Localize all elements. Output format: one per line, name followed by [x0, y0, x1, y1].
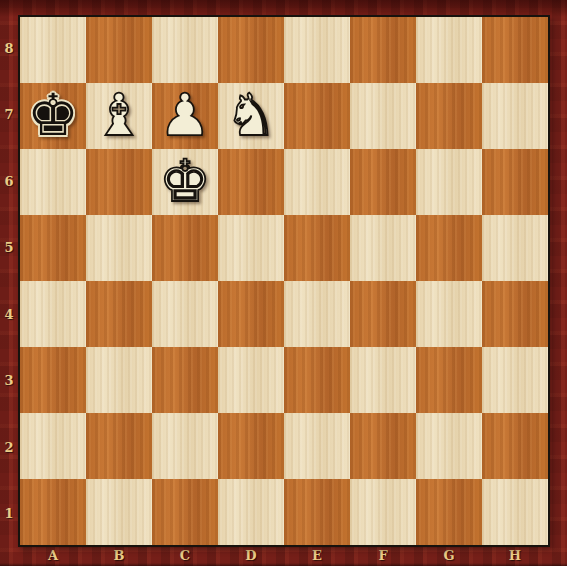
square-c4[interactable]: [152, 281, 218, 347]
square-b5[interactable]: [86, 215, 152, 281]
square-c6[interactable]: ♚: [152, 149, 218, 215]
file-label-a: A: [20, 546, 86, 564]
square-d5[interactable]: [218, 215, 284, 281]
square-d7[interactable]: ♞: [218, 83, 284, 149]
square-f4[interactable]: [350, 281, 416, 347]
square-f1[interactable]: [350, 479, 416, 545]
file-label-g: G: [416, 546, 482, 564]
square-g4[interactable]: [416, 281, 482, 347]
piece-white-knight-d7[interactable]: ♞: [225, 86, 277, 144]
square-c2[interactable]: [152, 413, 218, 479]
rank-label-8: 8: [0, 15, 18, 82]
square-e4[interactable]: [284, 281, 350, 347]
square-b7[interactable]: ♝: [86, 83, 152, 149]
rank-label-7: 7: [0, 82, 18, 149]
square-d8[interactable]: [218, 17, 284, 83]
square-h8[interactable]: [482, 17, 548, 83]
square-b8[interactable]: [86, 17, 152, 83]
square-e6[interactable]: [284, 149, 350, 215]
piece-black-king-a7[interactable]: ♚: [27, 86, 79, 144]
square-g2[interactable]: [416, 413, 482, 479]
square-h2[interactable]: [482, 413, 548, 479]
square-d1[interactable]: [218, 479, 284, 545]
rank-label-4: 4: [0, 281, 18, 348]
square-e3[interactable]: [284, 347, 350, 413]
file-label-f: F: [350, 546, 416, 564]
rank-labels: 87654321: [0, 15, 18, 547]
file-label-c: C: [152, 546, 218, 564]
square-f2[interactable]: [350, 413, 416, 479]
board-frame: 87654321 ABCDEFGH ♚♝♟♞♚: [0, 0, 567, 566]
square-h7[interactable]: [482, 83, 548, 149]
square-h4[interactable]: [482, 281, 548, 347]
square-f8[interactable]: [350, 17, 416, 83]
square-a8[interactable]: [20, 17, 86, 83]
square-g7[interactable]: [416, 83, 482, 149]
square-f3[interactable]: [350, 347, 416, 413]
rank-label-6: 6: [0, 148, 18, 215]
square-h3[interactable]: [482, 347, 548, 413]
square-g1[interactable]: [416, 479, 482, 545]
piece-white-pawn-c7[interactable]: ♟: [159, 86, 211, 144]
square-c5[interactable]: [152, 215, 218, 281]
square-d2[interactable]: [218, 413, 284, 479]
square-g6[interactable]: [416, 149, 482, 215]
square-e5[interactable]: [284, 215, 350, 281]
square-e2[interactable]: [284, 413, 350, 479]
square-e8[interactable]: [284, 17, 350, 83]
square-g8[interactable]: [416, 17, 482, 83]
rank-label-3: 3: [0, 348, 18, 415]
rank-label-1: 1: [0, 481, 18, 548]
square-h5[interactable]: [482, 215, 548, 281]
square-a4[interactable]: [20, 281, 86, 347]
file-label-h: H: [482, 546, 548, 564]
square-a6[interactable]: [20, 149, 86, 215]
rank-label-2: 2: [0, 414, 18, 481]
square-g5[interactable]: [416, 215, 482, 281]
square-g3[interactable]: [416, 347, 482, 413]
square-e1[interactable]: [284, 479, 350, 545]
square-b1[interactable]: [86, 479, 152, 545]
square-f6[interactable]: [350, 149, 416, 215]
rank-label-5: 5: [0, 215, 18, 282]
square-f7[interactable]: [350, 83, 416, 149]
square-a1[interactable]: [20, 479, 86, 545]
square-f5[interactable]: [350, 215, 416, 281]
file-label-b: B: [86, 546, 152, 564]
file-label-d: D: [218, 546, 284, 564]
square-e7[interactable]: [284, 83, 350, 149]
square-c3[interactable]: [152, 347, 218, 413]
square-c7[interactable]: ♟: [152, 83, 218, 149]
square-a5[interactable]: [20, 215, 86, 281]
square-h1[interactable]: [482, 479, 548, 545]
file-labels: ABCDEFGH: [20, 546, 548, 564]
file-label-e: E: [284, 546, 350, 564]
square-b3[interactable]: [86, 347, 152, 413]
square-b2[interactable]: [86, 413, 152, 479]
square-d4[interactable]: [218, 281, 284, 347]
square-d6[interactable]: [218, 149, 284, 215]
square-a3[interactable]: [20, 347, 86, 413]
square-d3[interactable]: [218, 347, 284, 413]
square-b4[interactable]: [86, 281, 152, 347]
piece-white-king-c6[interactable]: ♚: [159, 152, 211, 210]
square-a7[interactable]: ♚: [20, 83, 86, 149]
square-a2[interactable]: [20, 413, 86, 479]
chess-board: ♚♝♟♞♚: [18, 15, 550, 547]
square-c8[interactable]: [152, 17, 218, 83]
piece-white-bishop-b7[interactable]: ♝: [93, 86, 145, 144]
square-h6[interactable]: [482, 149, 548, 215]
square-c1[interactable]: [152, 479, 218, 545]
square-b6[interactable]: [86, 149, 152, 215]
